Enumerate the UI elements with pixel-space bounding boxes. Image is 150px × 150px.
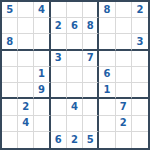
sudoku-cell-r1c8[interactable]	[116, 2, 132, 18]
sudoku-cell-r2c4[interactable]: 2	[51, 18, 67, 34]
sudoku-cell-r7c5[interactable]: 4	[67, 99, 83, 115]
sudoku-cell-r6c8[interactable]	[116, 83, 132, 99]
sudoku-cell-r8c3[interactable]	[34, 116, 50, 132]
sudoku-cell-r2c5[interactable]: 6	[67, 18, 83, 34]
sudoku-cell-r8c5[interactable]	[67, 116, 83, 132]
sudoku-cell-r6c1[interactable]	[2, 83, 18, 99]
sudoku-cell-r4c8[interactable]	[116, 51, 132, 67]
sudoku-cell-r6c7[interactable]: 1	[99, 83, 115, 99]
sudoku-cell-r2c3[interactable]	[34, 18, 50, 34]
sudoku-cell-r9c9[interactable]	[132, 132, 148, 148]
sudoku-cell-r6c5[interactable]	[67, 83, 83, 99]
sudoku-cell-r3c6[interactable]	[83, 34, 99, 50]
sudoku-cell-r7c2[interactable]: 2	[18, 99, 34, 115]
sudoku-cell-r7c6[interactable]	[83, 99, 99, 115]
sudoku-cell-r1c2[interactable]	[18, 2, 34, 18]
sudoku-cell-r9c8[interactable]	[116, 132, 132, 148]
sudoku-cell-r8c1[interactable]	[2, 116, 18, 132]
sudoku-cell-r3c3[interactable]	[34, 34, 50, 50]
sudoku-cell-r5c1[interactable]	[2, 67, 18, 83]
sudoku-cell-r8c2[interactable]: 4	[18, 116, 34, 132]
sudoku-cell-r7c3[interactable]	[34, 99, 50, 115]
sudoku-cell-r5c3[interactable]: 1	[34, 67, 50, 83]
sudoku-cell-r5c9[interactable]	[132, 67, 148, 83]
sudoku-cell-r9c7[interactable]	[99, 132, 115, 148]
sudoku-cell-r7c4[interactable]	[51, 99, 67, 115]
sudoku-cell-r5c8[interactable]	[116, 67, 132, 83]
sudoku-cell-r3c2[interactable]	[18, 34, 34, 50]
sudoku-cell-r1c1[interactable]: 5	[2, 2, 18, 18]
sudoku-cell-r9c5[interactable]: 2	[67, 132, 83, 148]
sudoku-cell-r9c2[interactable]	[18, 132, 34, 148]
sudoku-cell-r7c1[interactable]	[2, 99, 18, 115]
sudoku-cell-r5c4[interactable]	[51, 67, 67, 83]
sudoku-cell-r3c9[interactable]: 3	[132, 34, 148, 50]
sudoku-cell-r6c3[interactable]: 9	[34, 83, 50, 99]
sudoku-cell-r2c9[interactable]	[132, 18, 148, 34]
sudoku-cell-r4c4[interactable]: 3	[51, 51, 67, 67]
sudoku-cell-r1c6[interactable]	[83, 2, 99, 18]
sudoku-cell-r1c9[interactable]: 2	[132, 2, 148, 18]
sudoku-cell-r7c7[interactable]	[99, 99, 115, 115]
sudoku-cell-r7c8[interactable]: 7	[116, 99, 132, 115]
sudoku-cell-r4c9[interactable]	[132, 51, 148, 67]
sudoku-cell-r8c8[interactable]: 2	[116, 116, 132, 132]
sudoku-cell-r6c6[interactable]	[83, 83, 99, 99]
sudoku-cell-r4c7[interactable]	[99, 51, 115, 67]
sudoku-cell-r8c4[interactable]	[51, 116, 67, 132]
sudoku-cell-r4c5[interactable]	[67, 51, 83, 67]
sudoku-cell-r2c1[interactable]	[2, 18, 18, 34]
sudoku-cell-r1c3[interactable]: 4	[34, 2, 50, 18]
sudoku-cell-r3c4[interactable]	[51, 34, 67, 50]
sudoku-board: 54822688337169124742625	[0, 0, 150, 150]
sudoku-cell-r5c6[interactable]	[83, 67, 99, 83]
sudoku-cell-r5c2[interactable]	[18, 67, 34, 83]
sudoku-cell-r9c1[interactable]	[2, 132, 18, 148]
sudoku-cell-r2c7[interactable]	[99, 18, 115, 34]
sudoku-cell-r9c4[interactable]: 6	[51, 132, 67, 148]
sudoku-cell-r4c3[interactable]	[34, 51, 50, 67]
sudoku-cell-r6c4[interactable]	[51, 83, 67, 99]
sudoku-cell-r5c7[interactable]: 6	[99, 67, 115, 83]
sudoku-cell-r1c4[interactable]	[51, 2, 67, 18]
sudoku-cell-r2c6[interactable]: 8	[83, 18, 99, 34]
sudoku-cell-r4c2[interactable]	[18, 51, 34, 67]
sudoku-cell-r3c7[interactable]	[99, 34, 115, 50]
sudoku-cell-r2c2[interactable]	[18, 18, 34, 34]
sudoku-cell-r7c9[interactable]	[132, 99, 148, 115]
sudoku-cell-r2c8[interactable]	[116, 18, 132, 34]
sudoku-cell-r5c5[interactable]	[67, 67, 83, 83]
sudoku-cell-r4c6[interactable]: 7	[83, 51, 99, 67]
sudoku-cell-r1c5[interactable]	[67, 2, 83, 18]
sudoku-cell-r3c5[interactable]	[67, 34, 83, 50]
sudoku-cell-r1c7[interactable]: 8	[99, 2, 115, 18]
sudoku-cell-r8c9[interactable]	[132, 116, 148, 132]
sudoku-cell-r9c6[interactable]: 5	[83, 132, 99, 148]
sudoku-cell-r8c6[interactable]	[83, 116, 99, 132]
sudoku-cell-r4c1[interactable]	[2, 51, 18, 67]
sudoku-cell-r6c2[interactable]	[18, 83, 34, 99]
sudoku-cell-r3c1[interactable]: 8	[2, 34, 18, 50]
sudoku-cell-r9c3[interactable]	[34, 132, 50, 148]
sudoku-cell-r8c7[interactable]	[99, 116, 115, 132]
sudoku-cell-r6c9[interactable]	[132, 83, 148, 99]
sudoku-cell-r3c8[interactable]	[116, 34, 132, 50]
